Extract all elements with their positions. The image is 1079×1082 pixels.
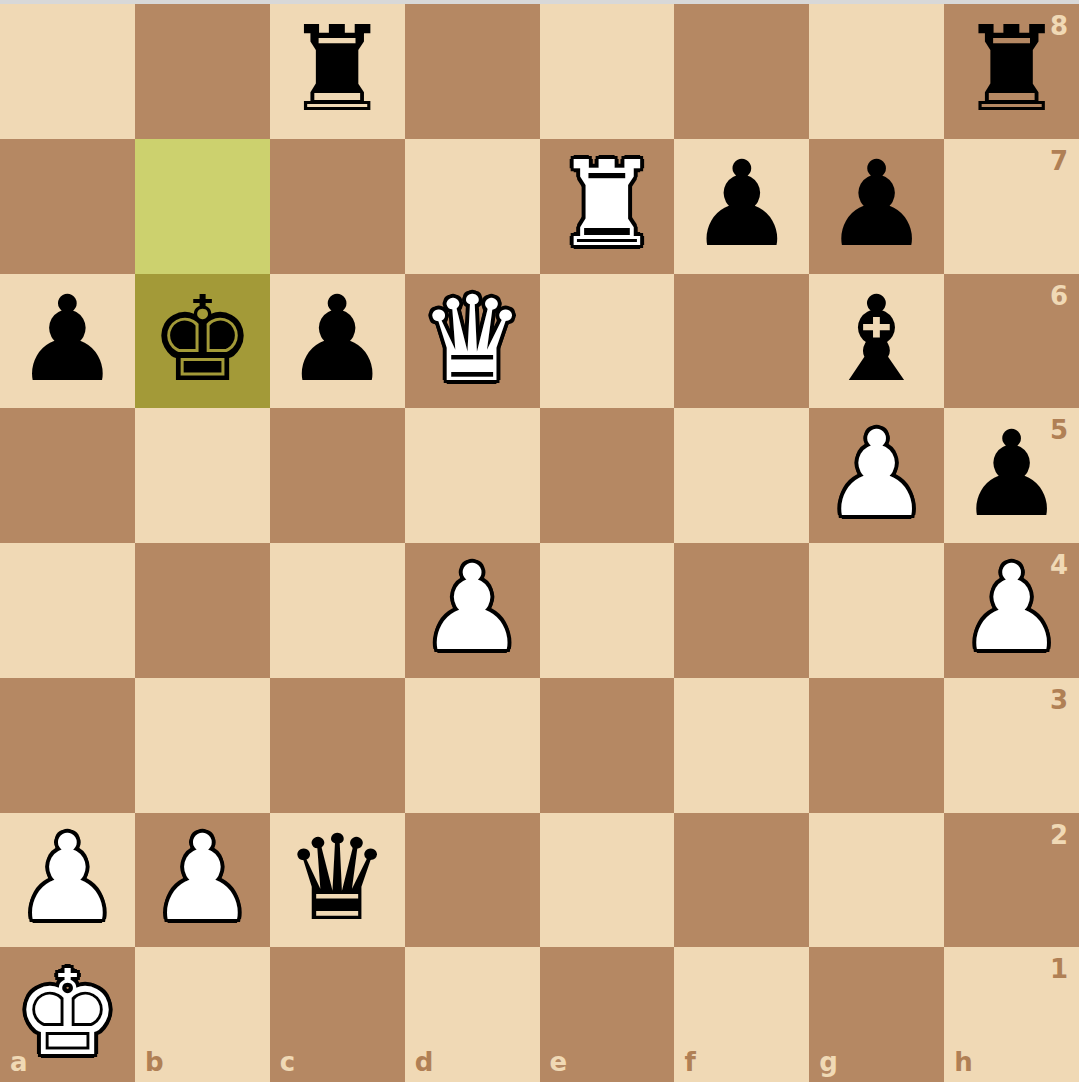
rank-label-7: 7 xyxy=(1050,148,1068,174)
black-pawn[interactable]: ♟ xyxy=(959,415,1065,533)
square-b8[interactable] xyxy=(135,4,270,139)
black-rook[interactable]: ♜ xyxy=(284,10,390,128)
square-c2[interactable]: ♛ xyxy=(270,813,405,948)
square-f8[interactable] xyxy=(674,4,809,139)
square-a1[interactable]: ♚a xyxy=(0,947,135,1082)
square-d6[interactable]: ♛ xyxy=(405,274,540,409)
square-f3[interactable] xyxy=(674,678,809,813)
square-f1[interactable]: f xyxy=(674,947,809,1082)
square-b4[interactable] xyxy=(135,543,270,678)
black-rook[interactable]: ♜ xyxy=(959,10,1065,128)
rank-label-1: 1 xyxy=(1050,956,1068,982)
square-d3[interactable] xyxy=(405,678,540,813)
file-label-e: e xyxy=(550,1049,568,1075)
square-d2[interactable] xyxy=(405,813,540,948)
white-pawn[interactable]: ♟ xyxy=(15,819,121,937)
square-f4[interactable] xyxy=(674,543,809,678)
black-queen[interactable]: ♛ xyxy=(284,819,390,937)
square-e2[interactable] xyxy=(540,813,675,948)
rank-label-8: 8 xyxy=(1050,13,1068,39)
white-pawn[interactable]: ♟ xyxy=(959,549,1065,667)
square-a7[interactable] xyxy=(0,139,135,274)
white-pawn[interactable]: ♟ xyxy=(824,415,930,533)
file-label-a: a xyxy=(10,1049,28,1075)
square-e1[interactable]: e xyxy=(540,947,675,1082)
square-a4[interactable] xyxy=(0,543,135,678)
square-b6[interactable]: ♚ xyxy=(135,274,270,409)
white-pawn[interactable]: ♟ xyxy=(419,549,525,667)
square-g5[interactable]: ♟ xyxy=(809,408,944,543)
white-king[interactable]: ♚ xyxy=(15,954,121,1072)
square-e3[interactable] xyxy=(540,678,675,813)
black-pawn[interactable]: ♟ xyxy=(15,280,121,398)
rank-label-6: 6 xyxy=(1050,283,1068,309)
square-h4[interactable]: ♟4 xyxy=(944,543,1079,678)
square-a8[interactable] xyxy=(0,4,135,139)
square-f6[interactable] xyxy=(674,274,809,409)
square-c3[interactable] xyxy=(270,678,405,813)
square-c4[interactable] xyxy=(270,543,405,678)
square-a6[interactable]: ♟ xyxy=(0,274,135,409)
file-label-c: c xyxy=(280,1049,295,1075)
black-king[interactable]: ♚ xyxy=(149,280,255,398)
square-h5[interactable]: ♟5 xyxy=(944,408,1079,543)
square-e6[interactable] xyxy=(540,274,675,409)
chess-board: ♜♜8♜♟♟7♟♚♟♛♝6♟♟5♟♟43♟♟♛2♚abcdefg1h xyxy=(0,4,1079,1082)
file-label-b: b xyxy=(145,1049,164,1075)
square-g2[interactable] xyxy=(809,813,944,948)
file-label-d: d xyxy=(415,1049,434,1075)
square-b1[interactable]: b xyxy=(135,947,270,1082)
square-d8[interactable] xyxy=(405,4,540,139)
square-b7[interactable] xyxy=(135,139,270,274)
square-h7[interactable]: 7 xyxy=(944,139,1079,274)
square-c5[interactable] xyxy=(270,408,405,543)
black-pawn[interactable]: ♟ xyxy=(824,145,930,263)
square-e8[interactable] xyxy=(540,4,675,139)
square-c1[interactable]: c xyxy=(270,947,405,1082)
white-queen[interactable]: ♛ xyxy=(419,280,525,398)
square-f5[interactable] xyxy=(674,408,809,543)
black-pawn[interactable]: ♟ xyxy=(284,280,390,398)
square-g1[interactable]: g xyxy=(809,947,944,1082)
square-d5[interactable] xyxy=(405,408,540,543)
black-pawn[interactable]: ♟ xyxy=(689,145,795,263)
square-f7[interactable]: ♟ xyxy=(674,139,809,274)
square-h1[interactable]: 1h xyxy=(944,947,1079,1082)
square-g8[interactable] xyxy=(809,4,944,139)
rank-label-5: 5 xyxy=(1050,417,1068,443)
file-label-h: h xyxy=(954,1049,973,1075)
square-a2[interactable]: ♟ xyxy=(0,813,135,948)
square-g3[interactable] xyxy=(809,678,944,813)
file-label-f: f xyxy=(684,1049,695,1075)
square-e7[interactable]: ♜ xyxy=(540,139,675,274)
square-g4[interactable] xyxy=(809,543,944,678)
rank-label-4: 4 xyxy=(1050,552,1068,578)
square-c7[interactable] xyxy=(270,139,405,274)
black-bishop[interactable]: ♝ xyxy=(824,280,930,398)
square-b2[interactable]: ♟ xyxy=(135,813,270,948)
file-label-g: g xyxy=(819,1049,838,1075)
square-d7[interactable] xyxy=(405,139,540,274)
square-a5[interactable] xyxy=(0,408,135,543)
rank-label-3: 3 xyxy=(1050,687,1068,713)
rank-label-2: 2 xyxy=(1050,822,1068,848)
square-e4[interactable] xyxy=(540,543,675,678)
square-f2[interactable] xyxy=(674,813,809,948)
square-a3[interactable] xyxy=(0,678,135,813)
square-h3[interactable]: 3 xyxy=(944,678,1079,813)
square-e5[interactable] xyxy=(540,408,675,543)
square-d1[interactable]: d xyxy=(405,947,540,1082)
white-rook[interactable]: ♜ xyxy=(554,145,660,263)
square-g7[interactable]: ♟ xyxy=(809,139,944,274)
square-h6[interactable]: 6 xyxy=(944,274,1079,409)
square-b3[interactable] xyxy=(135,678,270,813)
white-pawn[interactable]: ♟ xyxy=(149,819,255,937)
square-d4[interactable]: ♟ xyxy=(405,543,540,678)
square-h2[interactable]: 2 xyxy=(944,813,1079,948)
square-c6[interactable]: ♟ xyxy=(270,274,405,409)
square-g6[interactable]: ♝ xyxy=(809,274,944,409)
square-b5[interactable] xyxy=(135,408,270,543)
square-c8[interactable]: ♜ xyxy=(270,4,405,139)
square-h8[interactable]: ♜8 xyxy=(944,4,1079,139)
